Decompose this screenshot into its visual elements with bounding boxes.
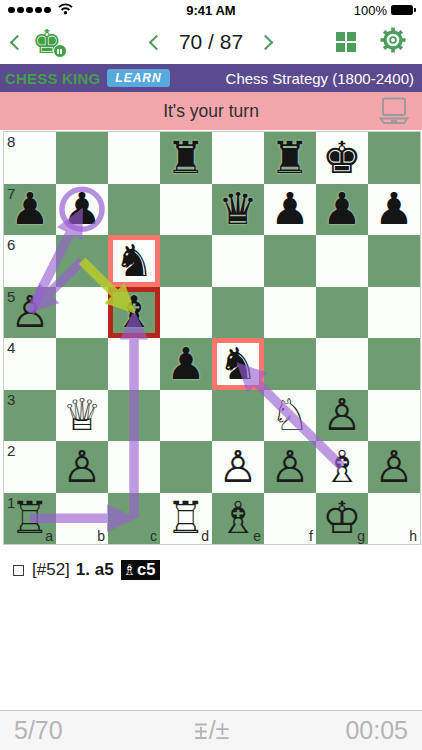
square-c6[interactable]: ♞: [108, 235, 160, 287]
app-name: CHESS KING: [5, 70, 100, 87]
square-h3[interactable]: [368, 390, 420, 442]
course-title: Chess Strategy (1800-2400): [226, 70, 414, 87]
puzzle-id: [#52]: [32, 560, 70, 580]
evaluation-text: /±: [209, 716, 230, 745]
bishop-move-icon: ♗: [123, 561, 136, 579]
square-h2[interactable]: ♙: [368, 441, 420, 493]
white-to-move-indicator: [13, 565, 24, 576]
square-f3[interactable]: ♘: [264, 390, 316, 442]
square-f7[interactable]: ♟: [264, 184, 316, 236]
white-queen-b3: ♕: [62, 393, 101, 437]
square-d8[interactable]: ♜: [160, 132, 212, 184]
black-pawn-b7: ♟: [62, 187, 101, 231]
black-bishop-c5: ♝: [114, 290, 153, 334]
square-d5[interactable]: [160, 287, 212, 339]
current-move-text: c5: [137, 560, 155, 579]
square-a7[interactable]: 7♟: [4, 184, 56, 236]
rank-label-7: 7: [7, 185, 15, 202]
white-pawn-b2: ♙: [62, 445, 101, 489]
black-rook-f8: ♜: [270, 136, 309, 180]
square-g8[interactable]: ♚: [316, 132, 368, 184]
square-h8[interactable]: [368, 132, 420, 184]
black-king-g8: ♚: [322, 136, 361, 180]
square-g6[interactable]: [316, 235, 368, 287]
square-d1[interactable]: d♖: [160, 493, 212, 545]
puzzle-counter: 70 / 87: [179, 30, 243, 54]
square-g3[interactable]: ♙: [316, 390, 368, 442]
square-g2[interactable]: ♗: [316, 441, 368, 493]
square-h4[interactable]: [368, 338, 420, 390]
square-c1[interactable]: c: [108, 493, 160, 545]
white-king-g1: ♔: [322, 496, 361, 540]
square-a3[interactable]: 3: [4, 390, 56, 442]
square-f1[interactable]: f: [264, 493, 316, 545]
white-rook-d1: ♖: [166, 496, 205, 540]
file-label-a: a: [45, 528, 53, 544]
white-bishop-g2: ♗: [322, 445, 361, 489]
square-b2[interactable]: ♙: [56, 441, 108, 493]
file-label-g: g: [357, 528, 365, 544]
eval-plus-over-equals-icon: [193, 720, 209, 742]
square-c7[interactable]: [108, 184, 160, 236]
square-b8[interactable]: [56, 132, 108, 184]
move-annotation-line: [#52] 1. a5 ♗ c5: [0, 556, 422, 584]
square-f5[interactable]: [264, 287, 316, 339]
rank-label-3: 3: [7, 391, 15, 408]
move-text: 1. a5: [76, 560, 114, 580]
square-e4[interactable]: ♞: [212, 338, 264, 390]
square-b4[interactable]: [56, 338, 108, 390]
white-pawn-f2: ♙: [270, 445, 309, 489]
rank-label-2: 2: [7, 442, 15, 459]
board-area: 8♜♜♚7♟♟♛♟♟♟6♞5♙♝4♟♞3♕♘♙2♙♙♙♗♙1a♖bcd♖e♗fg…: [3, 131, 421, 545]
square-e3[interactable]: [212, 390, 264, 442]
black-pawn-a7: ♟: [10, 187, 49, 231]
square-c4[interactable]: [108, 338, 160, 390]
file-label-d: d: [201, 528, 209, 544]
square-c3[interactable]: [108, 390, 160, 442]
white-rook-a1: ♖: [10, 496, 49, 540]
black-rook-d8: ♜: [166, 136, 205, 180]
square-f4[interactable]: [264, 338, 316, 390]
white-knight-f3: ♘: [270, 393, 309, 437]
square-d3[interactable]: [160, 390, 212, 442]
square-a8[interactable]: 8: [4, 132, 56, 184]
square-f6[interactable]: [264, 235, 316, 287]
square-b3[interactable]: ♕: [56, 390, 108, 442]
evaluation-indicator: /±: [193, 716, 230, 745]
square-h5[interactable]: [368, 287, 420, 339]
file-label-h: h: [409, 528, 417, 544]
square-a5[interactable]: 5♙: [4, 287, 56, 339]
computer-engine-icon[interactable]: [376, 97, 412, 129]
battery-percent: 100%: [354, 3, 387, 18]
square-a6[interactable]: 6: [4, 235, 56, 287]
square-e6[interactable]: [212, 235, 264, 287]
square-c5[interactable]: ♝: [108, 287, 160, 339]
file-label-b: b: [97, 528, 105, 544]
square-d2[interactable]: [160, 441, 212, 493]
brand-bar: CHESS KING LEARN Chess Strategy (1800-24…: [0, 64, 422, 92]
rank-label-4: 4: [7, 339, 15, 356]
chess-board: 8♜♜♚7♟♟♛♟♟♟6♞5♙♝4♟♞3♕♘♙2♙♙♙♗♙1a♖bcd♖e♗fg…: [4, 132, 420, 544]
square-a4[interactable]: 4: [4, 338, 56, 390]
square-g5[interactable]: [316, 287, 368, 339]
square-f8[interactable]: ♜: [264, 132, 316, 184]
square-b7[interactable]: ♟: [56, 184, 108, 236]
white-bishop-e1: ♗: [218, 496, 257, 540]
bottom-bar: 5/70 /± 00:05: [0, 710, 422, 750]
square-e7[interactable]: ♛: [212, 184, 264, 236]
square-h7[interactable]: ♟: [368, 184, 420, 236]
rank-label-1: 1: [7, 494, 15, 511]
square-h6[interactable]: [368, 235, 420, 287]
square-g4[interactable]: [316, 338, 368, 390]
white-pawn-a5: ♙: [10, 290, 49, 334]
black-pawn-f7: ♟: [270, 187, 309, 231]
square-d4[interactable]: ♟: [160, 338, 212, 390]
black-knight-c6: ♞: [114, 239, 153, 283]
battery-icon: [391, 5, 416, 16]
next-puzzle-chevron-icon[interactable]: [258, 34, 274, 50]
prev-puzzle-chevron-icon[interactable]: [149, 34, 165, 50]
square-b5[interactable]: [56, 287, 108, 339]
turn-message: It's your turn: [163, 101, 259, 122]
square-e8[interactable]: [212, 132, 264, 184]
square-c8[interactable]: [108, 132, 160, 184]
black-pawn-h7: ♟: [374, 187, 413, 231]
square-e2[interactable]: ♙: [212, 441, 264, 493]
square-d7[interactable]: [160, 184, 212, 236]
rank-label-5: 5: [7, 288, 15, 305]
square-a1[interactable]: 1a♖: [4, 493, 56, 545]
learn-badge: LEARN: [107, 69, 169, 87]
white-pawn-g3: ♙: [322, 393, 361, 437]
rank-label-6: 6: [7, 236, 15, 253]
square-b1[interactable]: b: [56, 493, 108, 545]
rank-label-8: 8: [7, 133, 15, 150]
black-queen-e7: ♛: [218, 187, 257, 231]
puzzle-grid-icon[interactable]: [336, 32, 357, 53]
square-g1[interactable]: g♔: [316, 493, 368, 545]
black-pawn-g7: ♟: [322, 187, 361, 231]
white-pawn-h2: ♙: [374, 445, 413, 489]
white-pawn-e2: ♙: [218, 445, 257, 489]
square-c2[interactable]: [108, 441, 160, 493]
square-f2[interactable]: ♙: [264, 441, 316, 493]
settings-gear-icon[interactable]: [380, 27, 406, 57]
square-g7[interactable]: ♟: [316, 184, 368, 236]
square-b6[interactable]: [56, 235, 108, 287]
square-e1[interactable]: e♗: [212, 493, 264, 545]
status-bar: 9:41 AM 100%: [0, 0, 422, 20]
current-move-badge[interactable]: ♗ c5: [121, 560, 161, 580]
square-a2[interactable]: 2: [4, 441, 56, 493]
nav-bar: ♚ 70 / 87: [0, 20, 422, 64]
square-e5[interactable]: [212, 287, 264, 339]
file-label-c: c: [150, 528, 157, 544]
square-h1[interactable]: h: [368, 493, 420, 545]
square-d6[interactable]: [160, 235, 212, 287]
turn-banner: It's your turn: [0, 92, 422, 130]
black-knight-e4: ♞: [218, 342, 257, 386]
black-pawn-d4: ♟: [166, 342, 205, 386]
file-label-e: e: [253, 528, 261, 544]
file-label-f: f: [309, 528, 313, 544]
